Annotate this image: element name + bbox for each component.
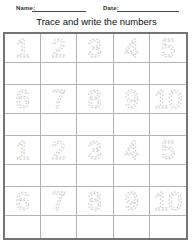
write-cell[interactable] [114, 165, 150, 188]
write-cell[interactable] [150, 114, 186, 137]
write-cell[interactable] [77, 165, 113, 188]
trace-cell[interactable]: 4 [114, 136, 150, 165]
trace-digit: 8 [88, 187, 102, 215]
trace-digit: 8 [88, 85, 102, 113]
trace-cell[interactable]: 5 [150, 34, 186, 63]
trace-digit: 6 [16, 85, 30, 113]
write-cell[interactable] [114, 216, 150, 239]
trace-digit: 3 [88, 34, 102, 62]
trace-cell[interactable]: 10 [150, 187, 186, 216]
name-blank-line[interactable] [32, 5, 86, 12]
trace-digit: 3 [88, 136, 102, 164]
trace-cell[interactable]: 9 [114, 187, 150, 216]
write-cell[interactable] [77, 216, 113, 239]
trace-cell[interactable]: 5 [150, 136, 186, 165]
worksheet-grid: 1 2 3 4 5 6 7 8 9 10 1 2 3 4 5 [3, 32, 188, 240]
write-cell[interactable] [41, 165, 77, 188]
trace-cell[interactable]: 4 [114, 34, 150, 63]
trace-cell[interactable]: 10 [150, 85, 186, 114]
trace-cell[interactable]: 6 [5, 85, 41, 114]
trace-digit: 10 [154, 187, 182, 215]
trace-digit: 5 [161, 136, 175, 164]
write-cell[interactable] [5, 114, 41, 137]
trace-cell[interactable]: 2 [41, 34, 77, 63]
date-blank-line[interactable] [117, 5, 179, 12]
trace-digit: 9 [124, 85, 138, 113]
trace-digit: 7 [52, 85, 66, 113]
trace-digit: 2 [52, 34, 66, 62]
write-cell[interactable] [5, 63, 41, 86]
trace-digit: 1 [16, 136, 30, 164]
write-cell[interactable] [41, 114, 77, 137]
trace-cell[interactable]: 8 [77, 187, 113, 216]
trace-cell[interactable]: 8 [77, 85, 113, 114]
trace-cell[interactable]: 3 [77, 136, 113, 165]
write-cell[interactable] [5, 165, 41, 188]
trace-digit: 10 [154, 85, 182, 113]
worksheet-title: Trace and write the numbers [0, 16, 193, 27]
write-cell[interactable] [150, 165, 186, 188]
trace-cell[interactable]: 1 [5, 136, 41, 165]
trace-cell[interactable]: 9 [114, 85, 150, 114]
trace-cell[interactable]: 7 [41, 187, 77, 216]
write-cell[interactable] [41, 216, 77, 239]
trace-digit: 1 [16, 34, 30, 62]
trace-digit: 6 [16, 187, 30, 215]
write-cell[interactable] [77, 114, 113, 137]
trace-digit: 4 [124, 136, 138, 164]
write-cell[interactable] [114, 114, 150, 137]
write-cell[interactable] [114, 63, 150, 86]
write-cell[interactable] [5, 216, 41, 239]
trace-digit: 5 [161, 34, 175, 62]
trace-cell[interactable]: 2 [41, 136, 77, 165]
worksheet-page: Name: Date: Trace and write the numbers … [0, 0, 193, 250]
trace-digit: 2 [52, 136, 66, 164]
trace-digit: 7 [52, 187, 66, 215]
trace-digit: 9 [124, 187, 138, 215]
trace-cell[interactable]: 7 [41, 85, 77, 114]
trace-cell[interactable]: 3 [77, 34, 113, 63]
write-cell[interactable] [150, 216, 186, 239]
trace-cell[interactable]: 1 [5, 34, 41, 63]
write-cell[interactable] [150, 63, 186, 86]
write-cell[interactable] [77, 63, 113, 86]
write-cell[interactable] [41, 63, 77, 86]
trace-cell[interactable]: 6 [5, 187, 41, 216]
trace-digit: 4 [124, 34, 138, 62]
